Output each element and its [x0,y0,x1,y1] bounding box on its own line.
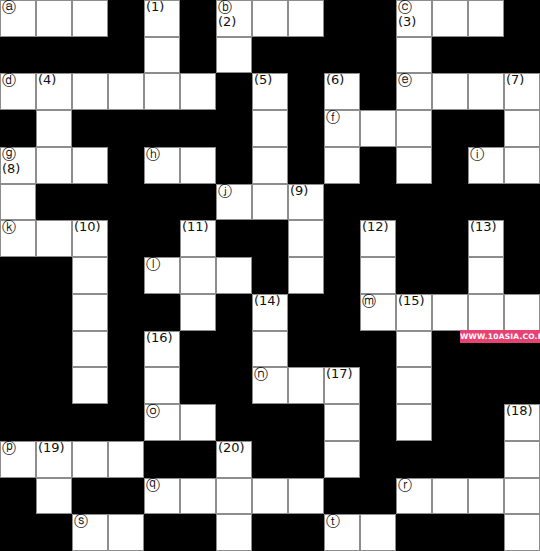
white-cell-r8-c11[interactable]: (15) [396,294,432,331]
white-cell-r7-c6[interactable] [216,257,252,294]
clue-label: ⓕ [326,110,340,125]
black-cell-r1-c1 [36,37,72,74]
black-cell-r6-c14 [504,220,540,257]
black-cell-r11-c2 [72,404,108,441]
black-cell-r1-c2 [72,37,108,74]
black-cell-r11-c0 [0,404,36,441]
white-cell-r0-c8[interactable] [288,0,324,37]
black-cell-r4-c10 [360,147,396,184]
black-cell-r5-c10 [360,184,396,221]
white-cell-r2-c11[interactable]: ⓔ [396,73,432,110]
black-cell-r12-c10 [360,441,396,478]
clue-label: ⓛ [146,257,160,272]
black-cell-r14-c11 [396,514,432,551]
white-cell-r2-c2[interactable] [72,73,108,110]
white-cell-r12-c6[interactable]: (20) [216,441,252,478]
down-clue-number: (13) [470,220,497,234]
white-cell-r9-c4[interactable]: (16) [144,331,180,368]
clue-label: (6) [326,73,344,87]
black-cell-r3-c4 [144,110,180,147]
white-cell-r6-c0[interactable]: ⓚ [0,220,36,257]
black-cell-r10-c5 [180,367,216,404]
clue-label: ⓣ [326,514,340,529]
black-cell-r8-c9 [324,294,360,331]
black-cell-r0-c9 [324,0,360,37]
black-cell-r14-c5 [180,514,216,551]
white-cell-r2-c1[interactable]: (4) [36,73,72,110]
down-clue-number: (15) [398,294,425,308]
clue-label: (13) [470,220,497,234]
white-cell-r2-c9[interactable]: (6) [324,73,360,110]
down-clue-number: (14) [254,294,281,308]
white-cell-r11-c11[interactable] [396,404,432,441]
black-cell-r1-c14 [504,37,540,74]
crossword-grid: ⓐ(1)ⓑ(2)ⓒ(3)ⓓ(4)(5)(6)ⓔ(7)ⓕⓖ(8)ⓗⓘⓙ(9)ⓚ(1… [0,0,540,551]
clue-label: ⓠ [146,478,160,493]
white-cell-r14-c10[interactable] [360,514,396,551]
black-cell-r2-c6 [216,73,252,110]
white-cell-r3-c11[interactable] [396,110,432,147]
down-clue-number: (11) [182,220,209,234]
black-cell-r7-c0 [0,257,36,294]
black-cell-r13-c9 [324,478,360,515]
black-cell-r8-c3 [108,294,144,331]
black-cell-r6-c4 [144,220,180,257]
white-cell-r12-c14[interactable] [504,441,540,478]
black-cell-r5-c3 [108,184,144,221]
clue-label: (11) [182,220,209,234]
black-cell-r11-c12 [432,404,468,441]
across-clue-letter: ⓞ [146,404,160,419]
black-cell-r7-c7 [252,257,288,294]
white-cell-r2-c4[interactable] [144,73,180,110]
white-cell-r7-c8[interactable] [288,257,324,294]
white-cell-r3-c14[interactable] [504,110,540,147]
white-cell-r0-c7[interactable] [252,0,288,37]
clue-label: (5) [254,73,272,87]
black-cell-r3-c6 [216,110,252,147]
black-cell-r9-c0 [0,331,36,368]
white-cell-r9-c2[interactable] [72,331,108,368]
clue-label: (17) [326,367,353,381]
black-cell-r0-c14 [504,0,540,37]
white-cell-r7-c5[interactable] [180,257,216,294]
clue-label: ⓡ [398,478,412,493]
white-cell-r12-c2[interactable] [72,441,108,478]
black-cell-r11-c10 [360,404,396,441]
white-cell-r8-c7[interactable]: (14) [252,294,288,331]
black-cell-r3-c2 [72,110,108,147]
black-cell-r7-c14 [504,257,540,294]
down-clue-number: (19) [38,441,65,455]
white-cell-r12-c0[interactable]: ⓟ [0,441,36,478]
black-cell-r9-c5 [180,331,216,368]
white-cell-r8-c13[interactable] [468,294,504,331]
white-cell-r11-c4[interactable]: ⓞ [144,404,180,441]
white-cell-r4-c2[interactable] [72,147,108,184]
white-cell-r4-c5[interactable] [180,147,216,184]
white-cell-r8-c5[interactable] [180,294,216,331]
black-cell-r14-c0 [0,514,36,551]
black-cell-r2-c8 [288,73,324,110]
down-clue-number: (2) [218,15,236,29]
white-cell-r2-c13[interactable] [468,73,504,110]
clue-label: (7) [506,73,524,87]
black-cell-r1-c3 [108,37,144,74]
black-cell-r14-c12 [432,514,468,551]
white-cell-r7-c10[interactable] [360,257,396,294]
white-cell-r10-c2[interactable] [72,367,108,404]
clue-label: ⓢ [74,514,88,529]
clue-label: ⓑ(2) [218,0,236,29]
crossword-board: ⓐ(1)ⓑ(2)ⓒ(3)ⓓ(4)(5)(6)ⓔ(7)ⓕⓖ(8)ⓗⓘⓙ(9)ⓚ(1… [0,0,540,551]
white-cell-r0-c13[interactable] [468,0,504,37]
black-cell-r7-c9 [324,257,360,294]
across-clue-letter: ⓢ [74,514,88,529]
clue-label: (19) [38,441,65,455]
black-cell-r5-c2 [72,184,108,221]
black-cell-r10-c13 [468,367,504,404]
clue-label: (14) [254,294,281,308]
white-cell-r8-c2[interactable] [72,294,108,331]
across-clue-letter: ⓖ [2,147,20,162]
white-cell-r0-c0[interactable]: ⓐ [0,0,36,37]
down-clue-number: (10) [74,220,101,234]
across-clue-letter: ⓑ [218,0,236,15]
black-cell-r12-c7 [252,441,288,478]
black-cell-r10-c1 [36,367,72,404]
clue-label: ⓖ(8) [2,147,20,176]
across-clue-letter: ⓛ [146,257,160,272]
down-clue-number: (1) [146,0,164,14]
across-clue-letter: ⓘ [470,147,484,162]
black-cell-r14-c4 [144,514,180,551]
white-cell-r13-c11[interactable]: ⓡ [396,478,432,515]
white-cell-r0-c2[interactable] [72,0,108,37]
white-cell-r8-c14[interactable] [504,294,540,331]
across-clue-letter: ⓕ [326,110,340,125]
clue-label: (16) [146,331,173,345]
watermark-badge: WWW.10ASIA.CO.KR [460,330,540,343]
white-cell-r10-c9[interactable]: (17) [324,367,360,404]
clue-label: ⓗ [146,147,160,162]
white-cell-r7-c13[interactable] [468,257,504,294]
black-cell-r13-c2 [72,478,108,515]
white-cell-r4-c4[interactable]: ⓗ [144,147,180,184]
down-clue-number: (9) [290,184,308,198]
white-cell-r0-c6[interactable]: ⓑ(2) [216,0,252,37]
clue-label: ⓐ [2,0,16,15]
clue-label: ⓚ [2,220,16,235]
black-cell-r6-c11 [396,220,432,257]
black-cell-r0-c5 [180,0,216,37]
white-cell-r8-c12[interactable] [432,294,468,331]
white-cell-r10-c7[interactable]: ⓝ [252,367,288,404]
white-cell-r2-c7[interactable]: (5) [252,73,288,110]
black-cell-r12-c4 [144,441,180,478]
white-cell-r1-c11[interactable] [396,37,432,74]
clue-label: ⓔ [398,73,412,88]
black-cell-r1-c13 [468,37,504,74]
clue-label: ⓞ [146,404,160,419]
across-clue-letter: ⓙ [218,184,232,199]
clue-label: (18) [506,404,533,418]
down-clue-number: (17) [326,367,353,381]
black-cell-r1-c5 [180,37,216,74]
white-cell-r0-c1[interactable] [36,0,72,37]
white-cell-r12-c3[interactable] [108,441,144,478]
black-cell-r1-c12 [432,37,468,74]
white-cell-r4-c9[interactable] [324,147,360,184]
clue-label: ⓓ [2,73,16,88]
white-cell-r6-c10[interactable]: (12) [360,220,396,257]
clue-label: (4) [38,73,56,87]
black-cell-r1-c0 [0,37,36,74]
clue-label: (10) [74,220,101,234]
black-cell-r9-c1 [36,331,72,368]
white-cell-r11-c5[interactable] [180,404,216,441]
black-cell-r13-c10 [360,478,396,515]
black-cell-r12-c12 [432,441,468,478]
black-cell-r5-c13 [468,184,504,221]
black-cell-r14-c7 [252,514,288,551]
white-cell-r2-c14[interactable]: (7) [504,73,540,110]
black-cell-r7-c11 [396,257,432,294]
down-clue-number: (5) [254,73,272,87]
black-cell-r10-c3 [108,367,144,404]
down-clue-number: (12) [362,220,389,234]
black-cell-r13-c0 [0,478,36,515]
black-cell-r11-c13 [468,404,504,441]
down-clue-number: (4) [38,73,56,87]
white-cell-r12-c9[interactable] [324,441,360,478]
black-cell-r11-c8 [288,404,324,441]
white-cell-r3-c1[interactable] [36,110,72,147]
across-clue-letter: ⓚ [2,220,16,235]
black-cell-r3-c12 [432,110,468,147]
black-cell-r9-c10 [360,331,396,368]
black-cell-r0-c10 [360,0,396,37]
black-cell-r3-c13 [468,110,504,147]
black-cell-r1-c7 [252,37,288,74]
across-clue-letter: ⓟ [2,441,16,456]
black-cell-r13-c3 [108,478,144,515]
white-cell-r13-c14[interactable] [504,478,540,515]
white-cell-r5-c0[interactable] [0,184,36,221]
down-clue-number: (16) [146,331,173,345]
black-cell-r7-c12 [432,257,468,294]
clue-label: (15) [398,294,425,308]
black-cell-r10-c14 [504,367,540,404]
white-cell-r10-c8[interactable] [288,367,324,404]
black-cell-r12-c8 [288,441,324,478]
white-cell-r5-c8[interactable]: (9) [288,184,324,221]
across-clue-letter: ⓐ [2,0,16,15]
white-cell-r2-c3[interactable] [108,73,144,110]
white-cell-r13-c8[interactable] [288,478,324,515]
black-cell-r14-c13 [468,514,504,551]
black-cell-r6-c6 [216,220,252,257]
white-cell-r0-c4[interactable]: (1) [144,0,180,37]
white-cell-r4-c7[interactable] [252,147,288,184]
black-cell-r11-c6 [216,404,252,441]
white-cell-r14-c14[interactable] [504,514,540,551]
clue-label: ⓘ [470,147,484,162]
black-cell-r12-c5 [180,441,216,478]
across-clue-letter: ⓝ [254,367,268,382]
black-cell-r10-c10 [360,367,396,404]
white-cell-r13-c1[interactable] [36,478,72,515]
white-cell-r3-c9[interactable]: ⓕ [324,110,360,147]
clue-label: (20) [218,441,245,455]
black-cell-r9-c9 [324,331,360,368]
white-cell-r1-c4[interactable] [144,37,180,74]
black-cell-r8-c0 [0,294,36,331]
black-cell-r3-c5 [180,110,216,147]
white-cell-r7-c4[interactable]: ⓛ [144,257,180,294]
across-clue-letter: ⓒ [398,0,416,15]
white-cell-r6-c13[interactable]: (13) [468,220,504,257]
black-cell-r11-c1 [36,404,72,441]
black-cell-r8-c6 [216,294,252,331]
white-cell-r5-c7[interactable] [252,184,288,221]
black-cell-r6-c7 [252,220,288,257]
white-cell-r6-c2[interactable]: (10) [72,220,108,257]
black-cell-r6-c3 [108,220,144,257]
white-cell-r13-c12[interactable] [432,478,468,515]
black-cell-r5-c1 [36,184,72,221]
white-cell-r4-c1[interactable] [36,147,72,184]
white-cell-r0-c12[interactable] [432,0,468,37]
black-cell-r5-c11 [396,184,432,221]
black-cell-r12-c13 [468,441,504,478]
white-cell-r2-c0[interactable]: ⓓ [0,73,36,110]
black-cell-r5-c14 [504,184,540,221]
across-clue-letter: ⓜ [362,294,376,309]
black-cell-r8-c4 [144,294,180,331]
white-cell-r6-c8[interactable] [288,220,324,257]
black-cell-r4-c12 [432,147,468,184]
clue-label: (12) [362,220,389,234]
white-cell-r1-c6[interactable] [216,37,252,74]
black-cell-r9-c8 [288,331,324,368]
clue-label: (9) [290,184,308,198]
white-cell-r11-c9[interactable] [324,404,360,441]
white-cell-r13-c4[interactable]: ⓠ [144,478,180,515]
black-cell-r5-c9 [324,184,360,221]
white-cell-r13-c7[interactable] [252,478,288,515]
black-cell-r11-c3 [108,404,144,441]
white-cell-r2-c12[interactable] [432,73,468,110]
white-cell-r9-c7[interactable] [252,331,288,368]
across-clue-letter: ⓠ [146,478,160,493]
across-clue-letter: ⓗ [146,147,160,162]
black-cell-r14-c8 [288,514,324,551]
across-clue-letter: ⓣ [326,514,340,529]
white-cell-r12-c1[interactable]: (19) [36,441,72,478]
white-cell-r13-c5[interactable] [180,478,216,515]
black-cell-r1-c8 [288,37,324,74]
black-cell-r14-c1 [36,514,72,551]
black-cell-r9-c6 [216,331,252,368]
white-cell-r2-c5[interactable] [180,73,216,110]
clue-label: ⓝ [254,367,268,382]
white-cell-r5-c6[interactable]: ⓙ [216,184,252,221]
white-cell-r13-c13[interactable] [468,478,504,515]
black-cell-r10-c0 [0,367,36,404]
black-cell-r4-c6 [216,147,252,184]
black-cell-r4-c8 [288,147,324,184]
white-cell-r7-c2[interactable] [72,257,108,294]
white-cell-r6-c1[interactable] [36,220,72,257]
white-cell-r14-c3[interactable] [108,514,144,551]
white-cell-r9-c11[interactable] [396,331,432,368]
black-cell-r1-c9 [324,37,360,74]
white-cell-r4-c14[interactable] [504,147,540,184]
black-cell-r3-c8 [288,110,324,147]
black-cell-r8-c8 [288,294,324,331]
black-cell-r12-c11 [396,441,432,478]
down-clue-number: (3) [398,15,416,29]
white-cell-r14-c2[interactable]: ⓢ [72,514,108,551]
black-cell-r1-c10 [360,37,396,74]
black-cell-r9-c3 [108,331,144,368]
black-cell-r10-c6 [216,367,252,404]
white-cell-r4-c0[interactable]: ⓖ(8) [0,147,36,184]
black-cell-r7-c3 [108,257,144,294]
black-cell-r5-c4 [144,184,180,221]
white-cell-r3-c7[interactable] [252,110,288,147]
black-cell-r5-c5 [180,184,216,221]
down-clue-number: (20) [218,441,245,455]
clue-label: ⓟ [2,441,16,456]
black-cell-r6-c12 [432,220,468,257]
clue-label: (1) [146,0,164,14]
white-cell-r6-c5[interactable]: (11) [180,220,216,257]
black-cell-r7-c1 [36,257,72,294]
black-cell-r11-c7 [252,404,288,441]
down-clue-number: (7) [506,73,524,87]
white-cell-r10-c11[interactable] [396,367,432,404]
white-cell-r10-c4[interactable] [144,367,180,404]
across-clue-letter: ⓓ [2,73,16,88]
across-clue-letter: ⓡ [398,478,412,493]
black-cell-r5-c12 [432,184,468,221]
down-clue-number: (18) [506,404,533,418]
down-clue-number: (8) [2,162,20,176]
black-cell-r6-c9 [324,220,360,257]
black-cell-r4-c3 [108,147,144,184]
white-cell-r4-c11[interactable] [396,147,432,184]
black-cell-r3-c0 [0,110,36,147]
white-cell-r11-c14[interactable]: (18) [504,404,540,441]
white-cell-r3-c10[interactable] [360,110,396,147]
black-cell-r0-c3 [108,0,144,37]
clue-label: ⓜ [362,294,376,309]
black-cell-r3-c3 [108,110,144,147]
white-cell-r14-c6[interactable] [216,514,252,551]
clue-label: ⓒ(3) [398,0,416,29]
down-clue-number: (6) [326,73,344,87]
black-cell-r10-c12 [432,367,468,404]
white-cell-r14-c9[interactable]: ⓣ [324,514,360,551]
black-cell-r8-c1 [36,294,72,331]
white-cell-r13-c6[interactable] [216,478,252,515]
white-cell-r8-c10[interactable]: ⓜ [360,294,396,331]
white-cell-r0-c11[interactable]: ⓒ(3) [396,0,432,37]
clue-label: ⓙ [218,184,232,199]
white-cell-r4-c13[interactable]: ⓘ [468,147,504,184]
